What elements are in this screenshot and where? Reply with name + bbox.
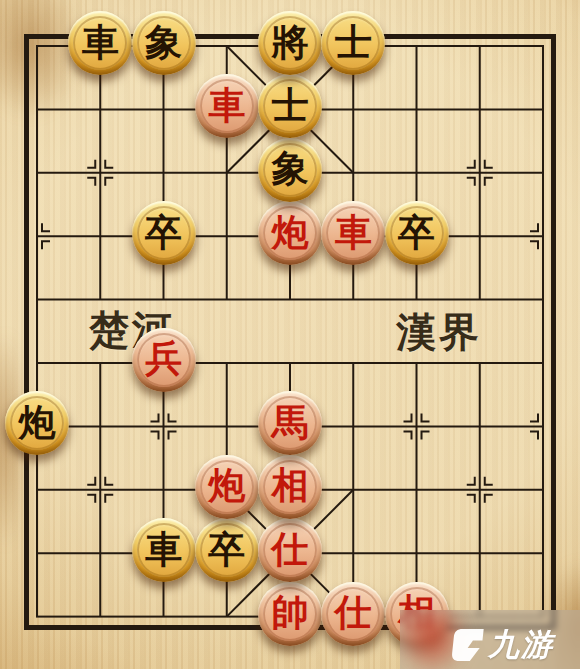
piece-black-elephant[interactable]: 象 xyxy=(132,11,196,75)
piece-character: 相 xyxy=(272,467,309,504)
piece-character: 卒 xyxy=(208,531,245,568)
piece-face: 炮 xyxy=(263,206,317,260)
piece-face: 相 xyxy=(390,587,444,641)
piece-red-elephant[interactable]: 相 xyxy=(385,582,449,646)
piece-face: 士 xyxy=(263,79,317,133)
piece-face: 炮 xyxy=(10,396,64,450)
piece-face: 將 xyxy=(263,16,317,70)
piece-face: 車 xyxy=(200,79,254,133)
piece-black-cannon[interactable]: 炮 xyxy=(5,391,69,455)
piece-character: 卒 xyxy=(398,214,435,251)
piece-red-general[interactable]: 帥 xyxy=(258,582,322,646)
piece-black-advisor[interactable]: 士 xyxy=(258,74,322,138)
piece-black-advisor[interactable]: 士 xyxy=(321,11,385,75)
piece-red-cannon[interactable]: 炮 xyxy=(258,201,322,265)
piece-black-elephant[interactable]: 象 xyxy=(258,138,322,202)
piece-face: 車 xyxy=(73,16,127,70)
piece-face: 象 xyxy=(137,16,191,70)
piece-red-advisor[interactable]: 仕 xyxy=(321,582,385,646)
piece-character: 炮 xyxy=(19,404,56,441)
piece-black-chariot[interactable]: 車 xyxy=(132,518,196,582)
piece-face: 兵 xyxy=(137,333,191,387)
piece-black-soldier[interactable]: 卒 xyxy=(132,201,196,265)
piece-grid: 車象將士車士象卒炮車卒兵炮馬炮相車卒仕帥仕相 xyxy=(5,14,574,648)
piece-face: 炮 xyxy=(200,460,254,514)
piece-red-horse[interactable]: 馬 xyxy=(258,391,322,455)
piece-face: 相 xyxy=(263,460,317,514)
piece-red-advisor[interactable]: 仕 xyxy=(258,518,322,582)
piece-character: 仕 xyxy=(335,594,372,631)
piece-character: 象 xyxy=(272,150,309,187)
piece-face: 帥 xyxy=(263,587,317,641)
piece-character: 車 xyxy=(335,214,372,251)
piece-character: 馬 xyxy=(272,404,309,441)
piece-black-soldier[interactable]: 卒 xyxy=(385,201,449,265)
piece-red-chariot[interactable]: 車 xyxy=(195,74,259,138)
piece-face: 卒 xyxy=(390,206,444,260)
piece-black-soldier[interactable]: 卒 xyxy=(195,518,259,582)
piece-character: 卒 xyxy=(145,214,182,251)
piece-face: 車 xyxy=(137,523,191,577)
piece-red-cannon[interactable]: 炮 xyxy=(195,455,259,519)
piece-face: 卒 xyxy=(200,523,254,577)
piece-black-general[interactable]: 將 xyxy=(258,11,322,75)
piece-face: 仕 xyxy=(263,523,317,577)
piece-character: 車 xyxy=(145,531,182,568)
piece-face: 象 xyxy=(263,143,317,197)
piece-character: 象 xyxy=(145,24,182,61)
piece-character: 士 xyxy=(335,24,372,61)
piece-character: 士 xyxy=(272,87,309,124)
piece-red-elephant[interactable]: 相 xyxy=(258,455,322,519)
piece-character: 車 xyxy=(208,87,245,124)
piece-character: 炮 xyxy=(272,214,309,251)
piece-face: 車 xyxy=(326,206,380,260)
piece-character: 車 xyxy=(82,24,119,61)
piece-face: 士 xyxy=(326,16,380,70)
piece-face: 馬 xyxy=(263,396,317,450)
piece-red-chariot[interactable]: 車 xyxy=(321,201,385,265)
piece-character: 將 xyxy=(272,24,309,61)
piece-face: 仕 xyxy=(326,587,380,641)
piece-black-chariot[interactable]: 車 xyxy=(68,11,132,75)
piece-character: 炮 xyxy=(208,467,245,504)
piece-red-soldier[interactable]: 兵 xyxy=(132,328,196,392)
piece-character: 帥 xyxy=(272,594,309,631)
piece-character: 兵 xyxy=(145,340,182,377)
piece-character: 仕 xyxy=(272,531,309,568)
xiangqi-board-container: 楚河 漢界 車象將士車士象卒炮車卒兵炮馬炮相車卒仕帥仕相 九游 xyxy=(0,0,580,669)
piece-character: 相 xyxy=(398,594,435,631)
piece-face: 卒 xyxy=(137,206,191,260)
